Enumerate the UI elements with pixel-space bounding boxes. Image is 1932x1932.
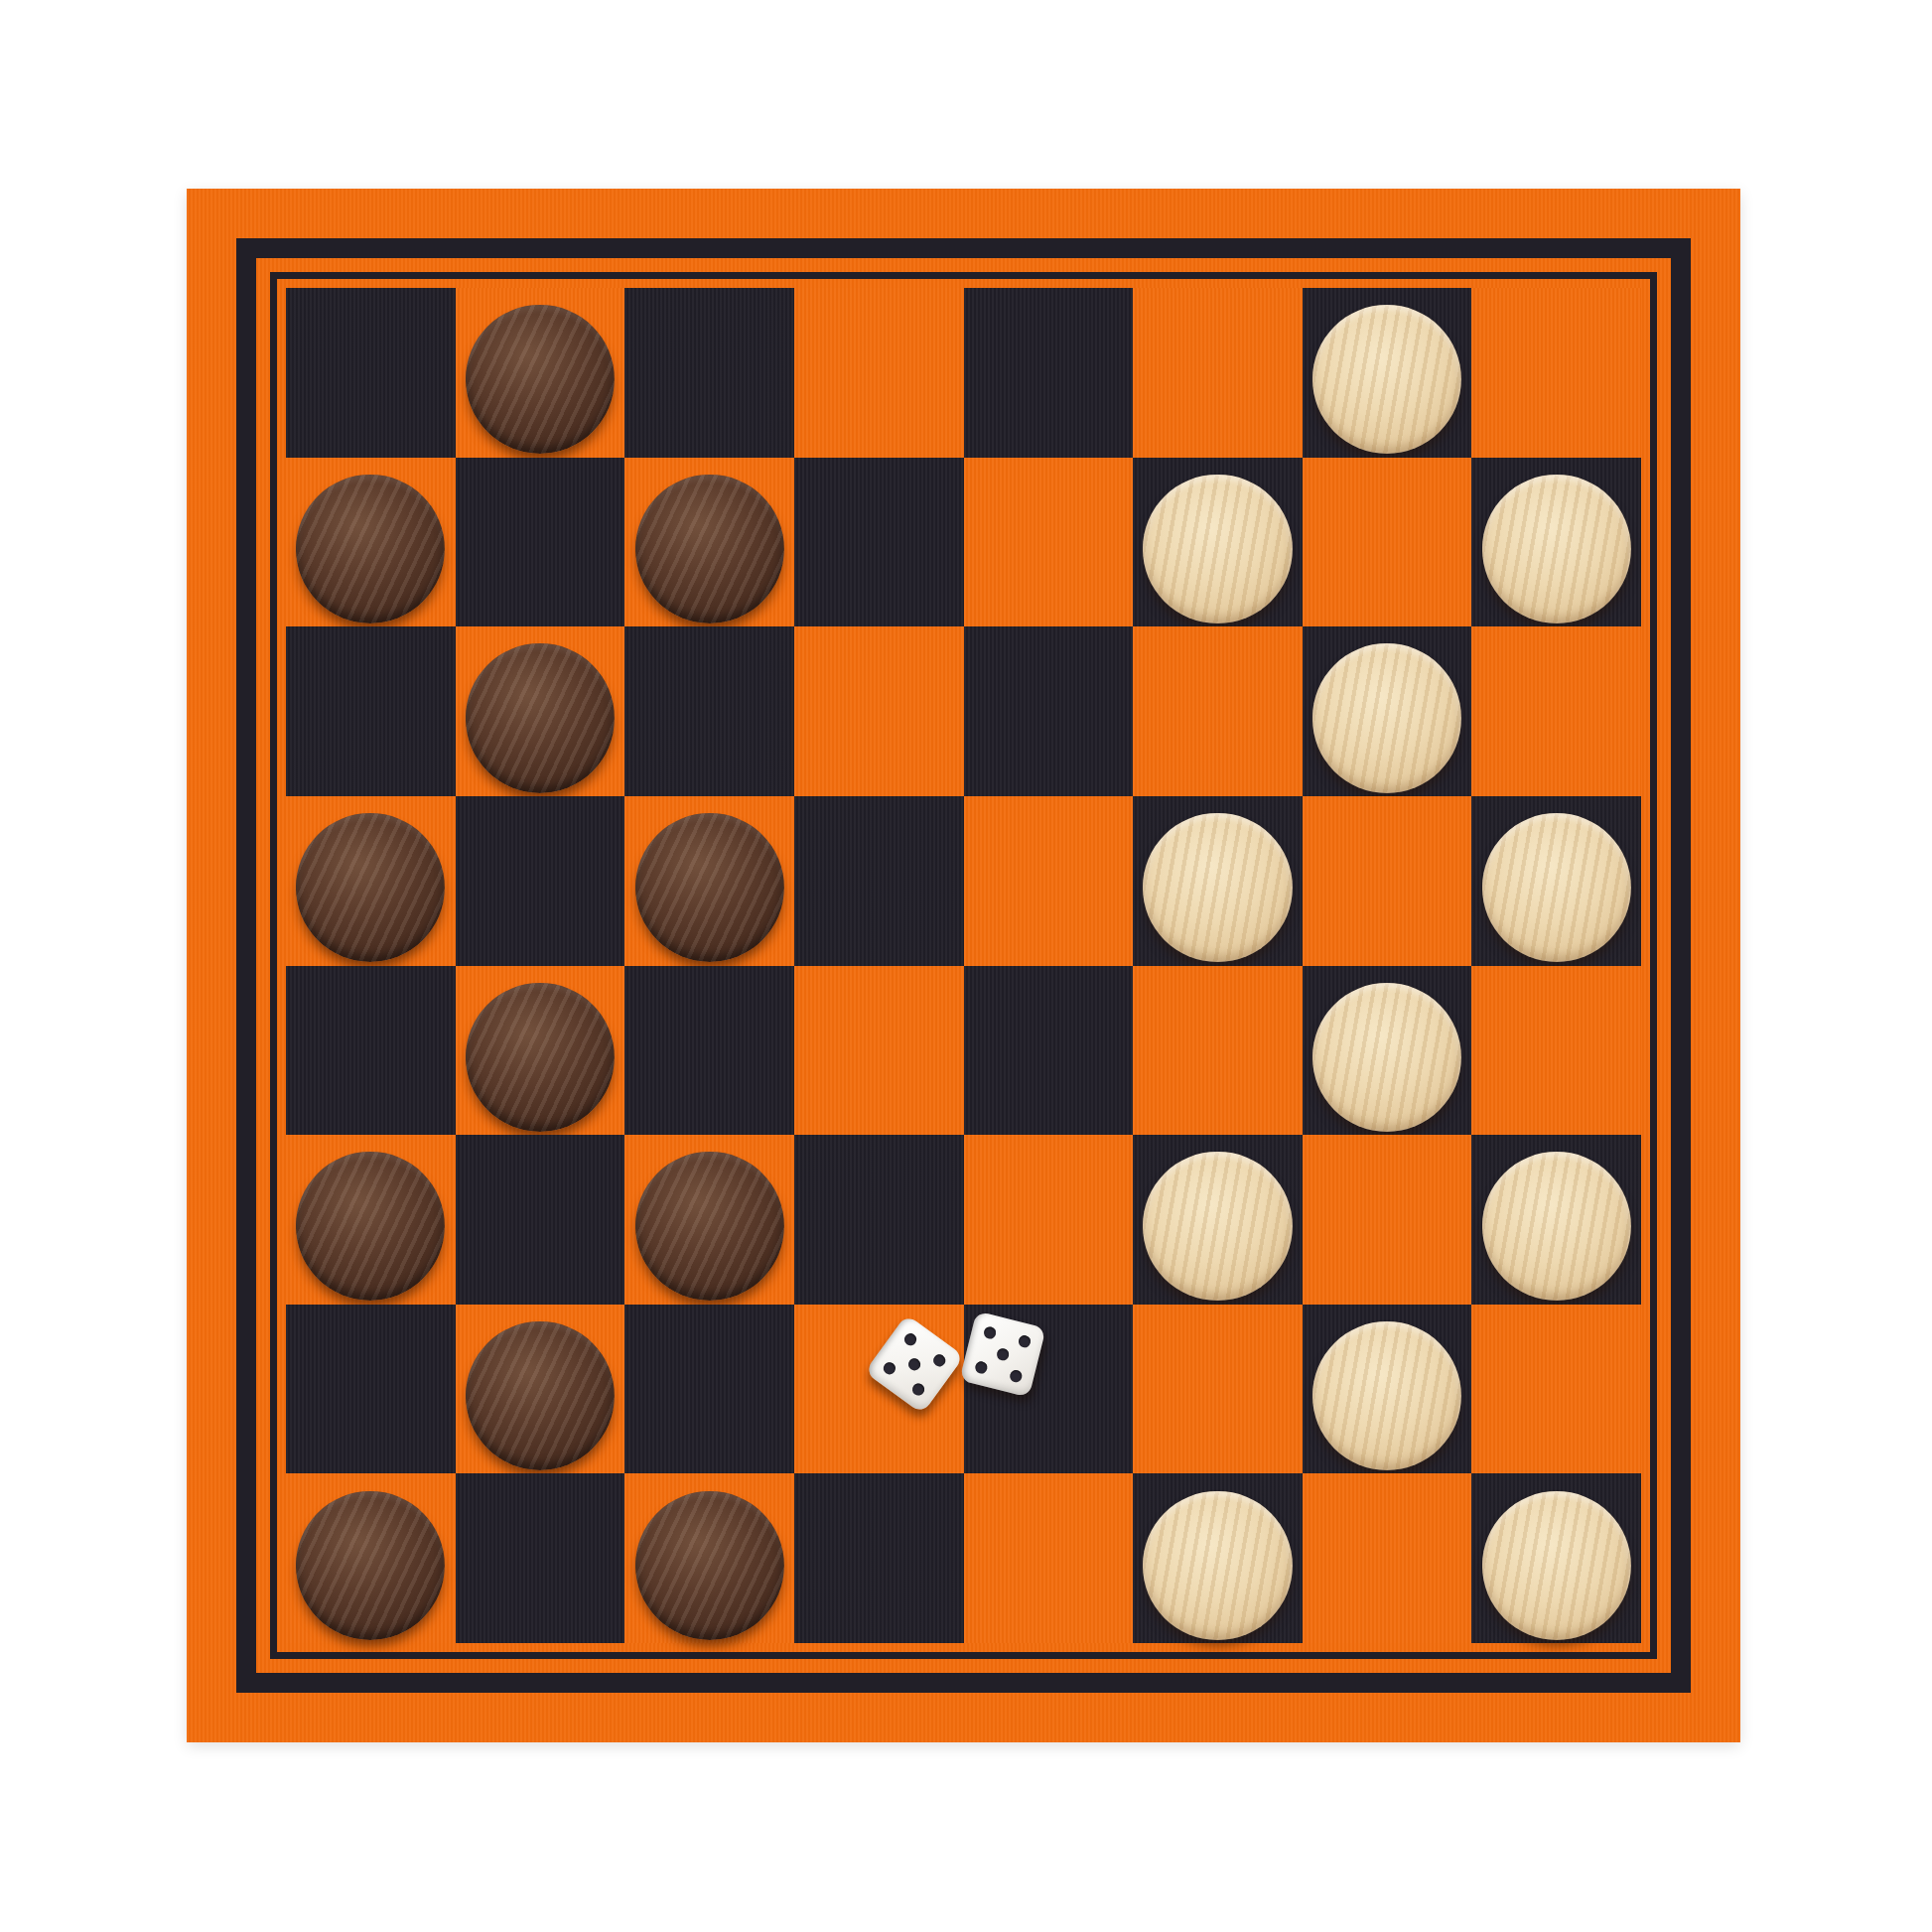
square-r6c8[interactable] bbox=[1471, 1135, 1641, 1305]
dark-checker[interactable] bbox=[466, 305, 615, 454]
square-r6c6[interactable] bbox=[1133, 1135, 1303, 1305]
square-r2c4[interactable] bbox=[794, 458, 964, 627]
light-checker[interactable] bbox=[1312, 983, 1461, 1132]
square-r1c3[interactable] bbox=[624, 288, 794, 458]
light-checker[interactable] bbox=[1143, 1490, 1292, 1639]
square-r1c5[interactable] bbox=[964, 288, 1134, 458]
square-r1c1[interactable] bbox=[286, 288, 456, 458]
checkers-board bbox=[286, 288, 1641, 1643]
light-checker[interactable] bbox=[1312, 643, 1461, 792]
square-r5c5[interactable] bbox=[964, 966, 1134, 1136]
square-r2c2[interactable] bbox=[456, 458, 625, 627]
square-r5c7[interactable] bbox=[1303, 966, 1472, 1136]
square-r3c8[interactable] bbox=[1471, 626, 1641, 796]
square-r8c8[interactable] bbox=[1471, 1473, 1641, 1643]
square-r5c8[interactable] bbox=[1471, 966, 1641, 1136]
square-r6c1[interactable] bbox=[286, 1135, 456, 1305]
light-checker[interactable] bbox=[1312, 305, 1461, 454]
square-r7c8[interactable] bbox=[1471, 1305, 1641, 1474]
square-r8c3[interactable] bbox=[624, 1473, 794, 1643]
square-r2c5[interactable] bbox=[964, 458, 1134, 627]
square-r3c7[interactable] bbox=[1303, 626, 1472, 796]
square-r3c1[interactable] bbox=[286, 626, 456, 796]
dark-checker[interactable] bbox=[296, 813, 445, 962]
square-r6c7[interactable] bbox=[1303, 1135, 1472, 1305]
square-r6c2[interactable] bbox=[456, 1135, 625, 1305]
square-r5c2[interactable] bbox=[456, 966, 625, 1136]
die-pip bbox=[902, 1331, 918, 1347]
square-r8c5[interactable] bbox=[964, 1473, 1134, 1643]
square-r4c8[interactable] bbox=[1471, 796, 1641, 966]
square-r7c7[interactable] bbox=[1303, 1305, 1472, 1474]
square-r6c5[interactable] bbox=[964, 1135, 1134, 1305]
die-pip bbox=[882, 1360, 897, 1376]
light-checker[interactable] bbox=[1482, 1152, 1631, 1301]
square-r3c3[interactable] bbox=[624, 626, 794, 796]
dark-checker[interactable] bbox=[296, 1490, 445, 1639]
dark-checker[interactable] bbox=[634, 1152, 783, 1301]
square-r3c2[interactable] bbox=[456, 626, 625, 796]
square-r5c6[interactable] bbox=[1133, 966, 1303, 1136]
square-r7c6[interactable] bbox=[1133, 1305, 1303, 1474]
square-r4c3[interactable] bbox=[624, 796, 794, 966]
light-checker[interactable] bbox=[1143, 813, 1292, 962]
square-r7c2[interactable] bbox=[456, 1305, 625, 1474]
dark-checker[interactable] bbox=[634, 813, 783, 962]
square-r8c4[interactable] bbox=[794, 1473, 964, 1643]
square-r6c3[interactable] bbox=[624, 1135, 794, 1305]
square-r7c3[interactable] bbox=[624, 1305, 794, 1474]
checkers-mat bbox=[187, 189, 1740, 1742]
square-r4c4[interactable] bbox=[794, 796, 964, 966]
square-r5c3[interactable] bbox=[624, 966, 794, 1136]
square-r2c7[interactable] bbox=[1303, 458, 1472, 627]
square-r4c1[interactable] bbox=[286, 796, 456, 966]
square-r7c1[interactable] bbox=[286, 1305, 456, 1474]
die-pip bbox=[1018, 1334, 1032, 1348]
die-pip bbox=[1009, 1369, 1023, 1383]
die-pip bbox=[983, 1325, 997, 1339]
dark-checker[interactable] bbox=[296, 475, 445, 623]
square-r2c8[interactable] bbox=[1471, 458, 1641, 627]
square-r4c6[interactable] bbox=[1133, 796, 1303, 966]
dark-checker[interactable] bbox=[466, 1321, 615, 1470]
square-r1c4[interactable] bbox=[794, 288, 964, 458]
light-checker[interactable] bbox=[1482, 475, 1631, 623]
square-r8c6[interactable] bbox=[1133, 1473, 1303, 1643]
square-r5c4[interactable] bbox=[794, 966, 964, 1136]
square-r4c2[interactable] bbox=[456, 796, 625, 966]
square-r2c6[interactable] bbox=[1133, 458, 1303, 627]
product-photo bbox=[0, 0, 1932, 1932]
light-checker[interactable] bbox=[1482, 813, 1631, 962]
square-r8c2[interactable] bbox=[456, 1473, 625, 1643]
square-r4c5[interactable] bbox=[964, 796, 1134, 966]
dark-checker[interactable] bbox=[634, 475, 783, 623]
die-pip bbox=[996, 1347, 1010, 1361]
square-r1c2[interactable] bbox=[456, 288, 625, 458]
square-r1c6[interactable] bbox=[1133, 288, 1303, 458]
square-r3c4[interactable] bbox=[794, 626, 964, 796]
square-r1c8[interactable] bbox=[1471, 288, 1641, 458]
square-r3c5[interactable] bbox=[964, 626, 1134, 796]
die-pip bbox=[931, 1352, 947, 1368]
dark-checker[interactable] bbox=[466, 643, 615, 792]
square-r3c6[interactable] bbox=[1133, 626, 1303, 796]
square-r2c1[interactable] bbox=[286, 458, 456, 627]
light-checker[interactable] bbox=[1482, 1490, 1631, 1639]
square-r2c3[interactable] bbox=[624, 458, 794, 627]
square-r6c4[interactable] bbox=[794, 1135, 964, 1305]
die-pip bbox=[910, 1381, 926, 1397]
die-pip bbox=[974, 1360, 988, 1374]
dark-checker[interactable] bbox=[466, 983, 615, 1132]
square-r8c1[interactable] bbox=[286, 1473, 456, 1643]
light-checker[interactable] bbox=[1312, 1321, 1461, 1470]
dark-checker[interactable] bbox=[634, 1490, 783, 1639]
die-pip bbox=[906, 1356, 922, 1372]
light-checker[interactable] bbox=[1143, 475, 1292, 623]
dark-checker[interactable] bbox=[296, 1152, 445, 1301]
square-r1c7[interactable] bbox=[1303, 288, 1472, 458]
square-r5c1[interactable] bbox=[286, 966, 456, 1136]
square-r4c7[interactable] bbox=[1303, 796, 1472, 966]
square-r8c7[interactable] bbox=[1303, 1473, 1472, 1643]
light-checker[interactable] bbox=[1143, 1152, 1292, 1301]
